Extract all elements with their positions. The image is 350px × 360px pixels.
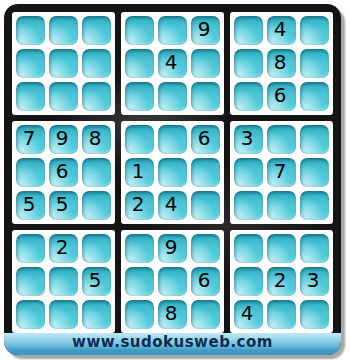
cell-r5c2[interactable]: 6	[49, 158, 78, 187]
cell-r7c7[interactable]	[234, 234, 263, 263]
cell-r4c2[interactable]: 9	[49, 125, 78, 154]
cell-r3c8[interactable]: 6	[267, 82, 296, 111]
cell-r8c4[interactable]	[125, 267, 154, 296]
cell-r3c5[interactable]	[158, 82, 187, 111]
cell-r9c4[interactable]	[125, 300, 154, 329]
cell-r9c6[interactable]	[191, 300, 220, 329]
cell-r4c8[interactable]	[267, 125, 296, 154]
cell-r1c3[interactable]	[82, 16, 111, 45]
cell-r2c2[interactable]	[49, 49, 78, 78]
cell-r3c4[interactable]	[125, 82, 154, 111]
cell-r9c7[interactable]: 4	[234, 300, 263, 329]
cell-r2c5[interactable]: 4	[158, 49, 187, 78]
cell-r9c2[interactable]	[49, 300, 78, 329]
cell-r8c6[interactable]: 6	[191, 267, 220, 296]
cell-r1c2[interactable]	[49, 16, 78, 45]
cell-r6c5[interactable]: 4	[158, 191, 187, 220]
cell-r3c9[interactable]	[300, 82, 329, 111]
cell-r4c7[interactable]: 3	[234, 125, 263, 154]
cell-r1c5[interactable]	[158, 16, 187, 45]
sudoku-board: 9448679865561243725968234	[12, 12, 333, 333]
box-r3c2: 968	[121, 230, 224, 333]
cell-r3c7[interactable]	[234, 82, 263, 111]
cell-r2c6[interactable]	[191, 49, 220, 78]
cell-r5c7[interactable]	[234, 158, 263, 187]
cell-r8c3[interactable]: 5	[82, 267, 111, 296]
cell-r7c2[interactable]: 2	[49, 234, 78, 263]
box-r1c2: 94	[121, 12, 224, 115]
cell-r5c9[interactable]	[300, 158, 329, 187]
footer-bar: www.sudokusweb.com	[4, 333, 341, 355]
cell-r4c5[interactable]	[158, 125, 187, 154]
cell-r8c5[interactable]	[158, 267, 187, 296]
cell-r6c3[interactable]	[82, 191, 111, 220]
cell-r5c5[interactable]	[158, 158, 187, 187]
cell-r1c8[interactable]: 4	[267, 16, 296, 45]
cell-r7c9[interactable]	[300, 234, 329, 263]
cell-r6c8[interactable]	[267, 191, 296, 220]
cell-r8c2[interactable]	[49, 267, 78, 296]
cell-r4c1[interactable]: 7	[16, 125, 45, 154]
cell-r4c9[interactable]	[300, 125, 329, 154]
cell-r9c1[interactable]	[16, 300, 45, 329]
box-r3c3: 234	[230, 230, 333, 333]
cell-r6c9[interactable]	[300, 191, 329, 220]
cell-r6c7[interactable]	[234, 191, 263, 220]
cell-r5c3[interactable]	[82, 158, 111, 187]
cell-r6c6[interactable]	[191, 191, 220, 220]
cell-r7c5[interactable]: 9	[158, 234, 187, 263]
cell-r8c1[interactable]	[16, 267, 45, 296]
cell-r5c1[interactable]	[16, 158, 45, 187]
cell-r9c5[interactable]: 8	[158, 300, 187, 329]
cell-r7c6[interactable]	[191, 234, 220, 263]
box-r2c3: 37	[230, 121, 333, 224]
box-r2c2: 6124	[121, 121, 224, 224]
cell-r1c6[interactable]: 9	[191, 16, 220, 45]
cell-r3c1[interactable]	[16, 82, 45, 111]
cell-r8c8[interactable]: 2	[267, 267, 296, 296]
cell-r5c6[interactable]	[191, 158, 220, 187]
box-r2c1: 798655	[12, 121, 115, 224]
box-r1c1	[12, 12, 115, 115]
cell-r8c7[interactable]	[234, 267, 263, 296]
cell-r6c2[interactable]: 5	[49, 191, 78, 220]
cell-r2c9[interactable]	[300, 49, 329, 78]
box-r3c1: 25	[12, 230, 115, 333]
cell-r3c2[interactable]	[49, 82, 78, 111]
cell-r7c8[interactable]	[267, 234, 296, 263]
cell-r2c8[interactable]: 8	[267, 49, 296, 78]
cell-r2c4[interactable]	[125, 49, 154, 78]
cell-r6c4[interactable]: 2	[125, 191, 154, 220]
cell-r2c1[interactable]	[16, 49, 45, 78]
cell-r4c4[interactable]	[125, 125, 154, 154]
cell-r2c7[interactable]	[234, 49, 263, 78]
cell-r7c1[interactable]	[16, 234, 45, 263]
cell-r3c6[interactable]	[191, 82, 220, 111]
cell-r9c9[interactable]	[300, 300, 329, 329]
cell-r4c6[interactable]: 6	[191, 125, 220, 154]
website-url[interactable]: www.sudokusweb.com	[72, 333, 273, 351]
cell-r9c3[interactable]	[82, 300, 111, 329]
cell-r1c1[interactable]	[16, 16, 45, 45]
cell-r1c7[interactable]	[234, 16, 263, 45]
cell-r5c8[interactable]: 7	[267, 158, 296, 187]
box-r1c3: 486	[230, 12, 333, 115]
cell-r4c3[interactable]: 8	[82, 125, 111, 154]
cell-r5c4[interactable]: 1	[125, 158, 154, 187]
cell-r7c3[interactable]	[82, 234, 111, 263]
cell-r2c3[interactable]	[82, 49, 111, 78]
cell-r3c3[interactable]	[82, 82, 111, 111]
cell-r9c8[interactable]	[267, 300, 296, 329]
sudoku-panel: 9448679865561243725968234 www.sudokusweb…	[4, 4, 341, 355]
cell-r6c1[interactable]: 5	[16, 191, 45, 220]
cell-r8c9[interactable]: 3	[300, 267, 329, 296]
cell-r1c4[interactable]	[125, 16, 154, 45]
cell-r1c9[interactable]	[300, 16, 329, 45]
cell-r7c4[interactable]	[125, 234, 154, 263]
